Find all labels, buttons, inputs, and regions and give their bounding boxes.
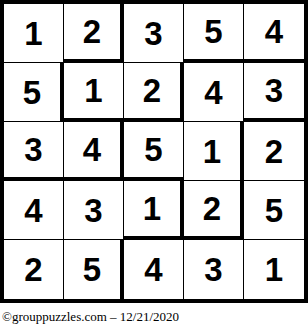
- cell-r4c4[interactable]: 2: [184, 181, 244, 240]
- cell-r3c2[interactable]: 4: [64, 122, 124, 181]
- cell-r1c2[interactable]: 2: [64, 4, 124, 63]
- cell-r5c5[interactable]: 1: [244, 240, 304, 299]
- puzzle-page: 1235451243345124312525431 ©grouppuzzles.…: [0, 0, 308, 329]
- cell-r3c5[interactable]: 2: [244, 122, 304, 181]
- cell-r3c1[interactable]: 3: [4, 122, 64, 181]
- cell-r3c4[interactable]: 1: [184, 122, 244, 181]
- copyright-credit: ©grouppuzzles.com – 12/21/2020: [2, 309, 308, 325]
- cell-r2c1[interactable]: 5: [4, 63, 64, 122]
- cell-r1c4[interactable]: 5: [184, 4, 244, 63]
- cell-r5c1[interactable]: 2: [4, 240, 64, 299]
- cell-r2c5[interactable]: 3: [244, 63, 304, 122]
- cell-r2c3[interactable]: 2: [124, 63, 184, 122]
- cell-r5c3[interactable]: 4: [124, 240, 184, 299]
- cell-r3c3[interactable]: 5: [124, 122, 184, 181]
- cell-r4c5[interactable]: 5: [244, 181, 304, 240]
- cell-r1c5[interactable]: 4: [244, 4, 304, 63]
- cell-r1c1[interactable]: 1: [4, 4, 64, 63]
- cell-r2c4[interactable]: 4: [184, 63, 244, 122]
- cell-r4c3[interactable]: 1: [124, 181, 184, 240]
- cell-r4c1[interactable]: 4: [4, 181, 64, 240]
- cell-r5c2[interactable]: 5: [64, 240, 124, 299]
- cell-r1c3[interactable]: 3: [124, 4, 184, 63]
- cell-r4c2[interactable]: 3: [64, 181, 124, 240]
- cell-r2c2[interactable]: 1: [64, 63, 124, 122]
- sudoku-board: 1235451243345124312525431: [0, 0, 308, 303]
- cell-r5c4[interactable]: 3: [184, 240, 244, 299]
